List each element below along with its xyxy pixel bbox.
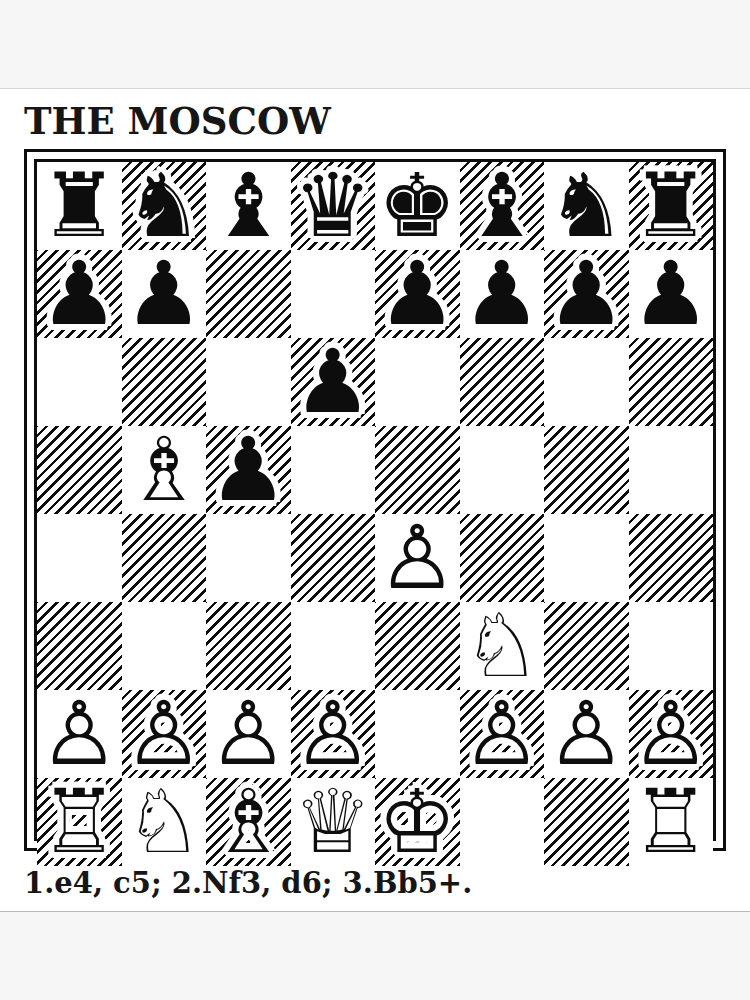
piece-white-pawn: ♙ [547,690,626,778]
square-d6: ♟ [291,338,376,426]
piece-white-pawn: ♙ [40,690,119,778]
piece-white-pawn: ♙ [378,514,457,602]
square-e1: ♔ [375,778,460,866]
diagram-card: THE MOSCOW ♜♞♝♛♚♝♞♜♟♟♟♟♟♟♟♗♟♙♘♙♙♙♙♙♙♙♖♘♗… [0,88,750,912]
square-a2: ♙ [37,690,122,778]
square-h6 [629,338,714,426]
piece-white-king: ♔ [378,778,457,866]
square-f8: ♝ [460,162,545,250]
piece-black-bishop: ♝ [462,162,541,250]
square-c1: ♗ [206,778,291,866]
square-f2: ♙ [460,690,545,778]
square-g4 [544,514,629,602]
square-d4 [291,514,376,602]
piece-white-pawn: ♙ [209,690,288,778]
square-a8: ♜ [37,162,122,250]
square-a5 [37,426,122,514]
square-h5 [629,426,714,514]
square-d8: ♛ [291,162,376,250]
square-d2: ♙ [291,690,376,778]
piece-white-pawn: ♙ [124,690,203,778]
piece-black-pawn: ♟ [631,250,710,338]
square-h8: ♜ [629,162,714,250]
piece-white-pawn: ♙ [631,690,710,778]
piece-white-pawn: ♙ [462,690,541,778]
square-e7: ♟ [375,250,460,338]
square-f1 [460,778,545,866]
chess-board: ♜♞♝♛♚♝♞♜♟♟♟♟♟♟♟♗♟♙♘♙♙♙♙♙♙♙♖♘♗♕♔♖ [37,162,713,838]
square-b6 [122,338,207,426]
square-f4 [460,514,545,602]
piece-black-king: ♚ [378,162,457,250]
square-b5: ♗ [122,426,207,514]
square-g6 [544,338,629,426]
piece-black-rook: ♜ [40,162,119,250]
square-e5 [375,426,460,514]
square-b1: ♘ [122,778,207,866]
square-h2: ♙ [629,690,714,778]
piece-white-knight: ♘ [462,602,541,690]
square-c4 [206,514,291,602]
piece-black-pawn: ♟ [378,250,457,338]
square-f3: ♘ [460,602,545,690]
square-e6 [375,338,460,426]
piece-black-pawn: ♟ [462,250,541,338]
chess-board-frame: ♜♞♝♛♚♝♞♜♟♟♟♟♟♟♟♗♟♙♘♙♙♙♙♙♙♙♖♘♗♕♔♖ [24,149,726,851]
square-e8: ♚ [375,162,460,250]
square-f6 [460,338,545,426]
square-g1 [544,778,629,866]
square-h3 [629,602,714,690]
piece-black-rook: ♜ [631,162,710,250]
square-a1: ♖ [37,778,122,866]
square-d1: ♕ [291,778,376,866]
page-title: THE MOSCOW [24,102,726,141]
square-b2: ♙ [122,690,207,778]
piece-black-pawn: ♟ [547,250,626,338]
chess-board-inner-border: ♜♞♝♛♚♝♞♜♟♟♟♟♟♟♟♗♟♙♘♙♙♙♙♙♙♙♖♘♗♕♔♖ [34,159,716,841]
square-h4 [629,514,714,602]
square-a4 [37,514,122,602]
square-c5: ♟ [206,426,291,514]
square-g7: ♟ [544,250,629,338]
square-e2 [375,690,460,778]
square-e4: ♙ [375,514,460,602]
piece-black-knight: ♞ [547,162,626,250]
square-e3 [375,602,460,690]
square-f7: ♟ [460,250,545,338]
square-a7: ♟ [37,250,122,338]
square-c2: ♙ [206,690,291,778]
piece-white-rook: ♖ [631,778,710,866]
piece-white-knight: ♘ [124,778,203,866]
square-f5 [460,426,545,514]
piece-black-pawn: ♟ [40,250,119,338]
square-b8: ♞ [122,162,207,250]
piece-black-bishop: ♝ [209,162,288,250]
square-a6 [37,338,122,426]
piece-white-queen: ♕ [293,778,372,866]
move-list: 1.e4, c5; 2.Nf3, d6; 3.Bb5+. [24,866,726,900]
square-b3 [122,602,207,690]
square-g8: ♞ [544,162,629,250]
square-c6 [206,338,291,426]
square-h7: ♟ [629,250,714,338]
piece-black-pawn: ♟ [293,338,372,426]
piece-white-bishop: ♗ [209,778,288,866]
square-c8: ♝ [206,162,291,250]
square-a3 [37,602,122,690]
piece-black-pawn: ♟ [124,250,203,338]
piece-black-pawn: ♟ [209,426,288,514]
piece-white-bishop: ♗ [124,426,203,514]
square-b7: ♟ [122,250,207,338]
square-d3 [291,602,376,690]
square-h1: ♖ [629,778,714,866]
square-g3 [544,602,629,690]
square-g2: ♙ [544,690,629,778]
piece-black-knight: ♞ [124,162,203,250]
square-b4 [122,514,207,602]
piece-white-pawn: ♙ [293,690,372,778]
square-d7 [291,250,376,338]
square-g5 [544,426,629,514]
piece-black-queen: ♛ [293,162,372,250]
piece-white-rook: ♖ [40,778,119,866]
square-c3 [206,602,291,690]
square-d5 [291,426,376,514]
square-c7 [206,250,291,338]
